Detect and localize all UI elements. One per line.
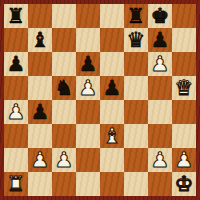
piece-white-rook[interactable]: ♜ — [7, 172, 26, 196]
piece-black-bishop[interactable]: ♝ — [31, 28, 50, 52]
piece-white-king[interactable]: ♚ — [175, 172, 194, 196]
square-a4[interactable]: ♟ — [4, 100, 28, 124]
square-h1[interactable]: ♚ — [172, 172, 196, 196]
square-h7[interactable] — [172, 28, 196, 52]
square-d7[interactable] — [76, 28, 100, 52]
piece-black-king[interactable]: ♚ — [151, 4, 170, 28]
piece-black-knight[interactable]: ♞ — [55, 76, 74, 100]
square-e7[interactable] — [100, 28, 124, 52]
square-b7[interactable]: ♝ — [28, 28, 52, 52]
square-h2[interactable]: ♟ — [172, 148, 196, 172]
square-c3[interactable] — [52, 124, 76, 148]
square-b3[interactable] — [28, 124, 52, 148]
square-e1[interactable] — [100, 172, 124, 196]
piece-white-pawn[interactable]: ♟ — [151, 52, 170, 76]
piece-white-queen[interactable]: ♛ — [175, 76, 194, 100]
piece-black-pawn[interactable]: ♟ — [7, 52, 26, 76]
chess-board: ♜♜♚♝♛♟♟♟♟♞♟♟♛♟♟♝♟♟♟♟♜♚ — [4, 4, 196, 196]
piece-white-bishop[interactable]: ♝ — [103, 124, 122, 148]
square-d2[interactable] — [76, 148, 100, 172]
square-d3[interactable] — [76, 124, 100, 148]
square-g6[interactable]: ♟ — [148, 52, 172, 76]
square-a5[interactable] — [4, 76, 28, 100]
square-c4[interactable] — [52, 100, 76, 124]
piece-black-queen[interactable]: ♛ — [127, 28, 146, 52]
square-f3[interactable] — [124, 124, 148, 148]
piece-black-pawn[interactable]: ♟ — [103, 76, 122, 100]
square-g3[interactable] — [148, 124, 172, 148]
square-h3[interactable] — [172, 124, 196, 148]
piece-black-pawn[interactable]: ♟ — [31, 100, 50, 124]
square-c2[interactable]: ♟ — [52, 148, 76, 172]
square-f1[interactable] — [124, 172, 148, 196]
square-f7[interactable]: ♛ — [124, 28, 148, 52]
board-frame: ♜♜♚♝♛♟♟♟♟♞♟♟♛♟♟♝♟♟♟♟♜♚ — [0, 0, 200, 200]
square-h6[interactable] — [172, 52, 196, 76]
piece-white-pawn[interactable]: ♟ — [31, 148, 50, 172]
square-g8[interactable]: ♚ — [148, 4, 172, 28]
square-a8[interactable]: ♜ — [4, 4, 28, 28]
square-c8[interactable] — [52, 4, 76, 28]
square-e2[interactable] — [100, 148, 124, 172]
square-f4[interactable] — [124, 100, 148, 124]
piece-black-rook[interactable]: ♜ — [7, 4, 26, 28]
piece-black-rook[interactable]: ♜ — [127, 4, 146, 28]
square-f6[interactable] — [124, 52, 148, 76]
square-b1[interactable] — [28, 172, 52, 196]
square-b4[interactable]: ♟ — [28, 100, 52, 124]
square-g5[interactable] — [148, 76, 172, 100]
square-c1[interactable] — [52, 172, 76, 196]
square-f5[interactable] — [124, 76, 148, 100]
square-a1[interactable]: ♜ — [4, 172, 28, 196]
square-c7[interactable] — [52, 28, 76, 52]
square-f8[interactable]: ♜ — [124, 4, 148, 28]
square-d1[interactable] — [76, 172, 100, 196]
square-h4[interactable] — [172, 100, 196, 124]
square-a6[interactable]: ♟ — [4, 52, 28, 76]
square-c5[interactable]: ♞ — [52, 76, 76, 100]
square-h8[interactable] — [172, 4, 196, 28]
square-e8[interactable] — [100, 4, 124, 28]
square-d8[interactable] — [76, 4, 100, 28]
square-e3[interactable]: ♝ — [100, 124, 124, 148]
square-b6[interactable] — [28, 52, 52, 76]
piece-white-pawn[interactable]: ♟ — [55, 148, 74, 172]
square-b8[interactable] — [28, 4, 52, 28]
piece-black-pawn[interactable]: ♟ — [151, 28, 170, 52]
square-c6[interactable] — [52, 52, 76, 76]
square-f2[interactable] — [124, 148, 148, 172]
square-d4[interactable] — [76, 100, 100, 124]
square-d6[interactable]: ♟ — [76, 52, 100, 76]
piece-white-pawn[interactable]: ♟ — [79, 76, 98, 100]
square-a3[interactable] — [4, 124, 28, 148]
piece-white-pawn[interactable]: ♟ — [7, 100, 26, 124]
square-e4[interactable] — [100, 100, 124, 124]
square-g2[interactable]: ♟ — [148, 148, 172, 172]
square-e5[interactable]: ♟ — [100, 76, 124, 100]
square-d5[interactable]: ♟ — [76, 76, 100, 100]
square-h5[interactable]: ♛ — [172, 76, 196, 100]
square-a2[interactable] — [4, 148, 28, 172]
square-e6[interactable] — [100, 52, 124, 76]
piece-white-pawn[interactable]: ♟ — [151, 148, 170, 172]
square-b5[interactable] — [28, 76, 52, 100]
piece-white-pawn[interactable]: ♟ — [175, 148, 194, 172]
square-g1[interactable] — [148, 172, 172, 196]
square-g4[interactable] — [148, 100, 172, 124]
square-a7[interactable] — [4, 28, 28, 52]
piece-black-pawn[interactable]: ♟ — [79, 52, 98, 76]
square-g7[interactable]: ♟ — [148, 28, 172, 52]
square-b2[interactable]: ♟ — [28, 148, 52, 172]
